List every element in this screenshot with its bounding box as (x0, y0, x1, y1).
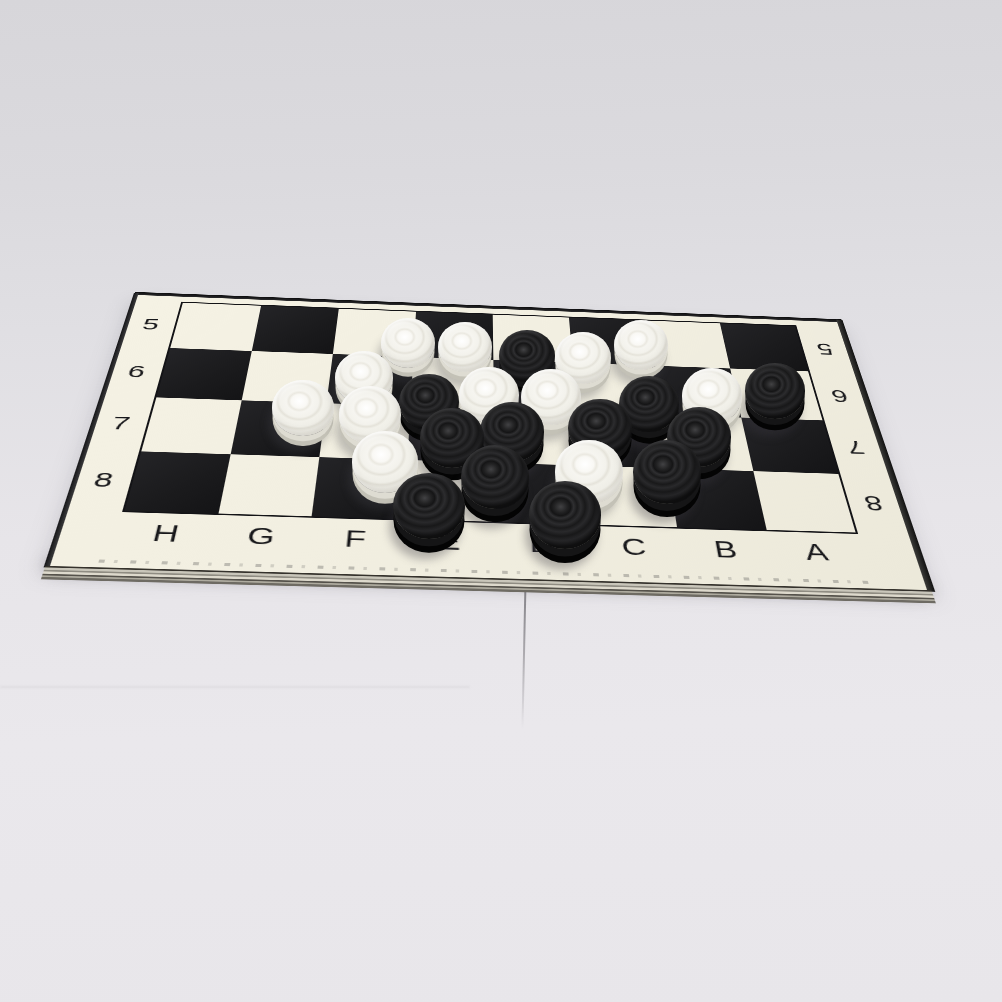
pieces-layer (0, 0, 1002, 1002)
black-checker-D8[interactable] (529, 481, 601, 548)
black-checker-A6[interactable] (745, 363, 804, 418)
white-checker-G7[interactable] (272, 380, 333, 437)
white-checker-C5[interactable] (614, 320, 669, 371)
product-photo-scene: 55667788HGFEDCBA (0, 0, 1002, 1002)
black-checker-E8[interactable] (393, 473, 464, 539)
black-checker-D8[interactable] (461, 445, 529, 509)
black-checker-B8[interactable] (633, 440, 701, 503)
white-checker-F5[interactable] (381, 318, 435, 369)
white-checker-E5[interactable] (438, 322, 493, 373)
